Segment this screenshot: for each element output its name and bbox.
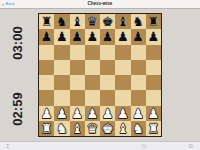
- square-g3[interactable]: [131, 90, 146, 105]
- square-a1[interactable]: ♜: [39, 121, 54, 136]
- white-pawn-icon: ♟: [102, 107, 114, 120]
- square-h2[interactable]: ♟: [146, 106, 161, 121]
- black-queen-icon: ♛: [87, 15, 99, 28]
- black-pawn-icon: ♟: [132, 30, 144, 43]
- black-bishop-icon: ♝: [117, 15, 129, 28]
- black-pawn-icon: ♟: [41, 30, 53, 43]
- square-e1[interactable]: ♚: [100, 121, 115, 136]
- square-d6[interactable]: [85, 45, 100, 60]
- square-g8[interactable]: ♞: [131, 14, 146, 29]
- bottom-toolbar: ↥ ◷ ⚙: [0, 141, 200, 150]
- white-bishop-icon: ♝: [117, 122, 129, 135]
- white-pawn-icon: ♟: [148, 107, 160, 120]
- black-pawn-icon: ♟: [102, 30, 114, 43]
- square-d8[interactable]: ♛: [85, 14, 100, 29]
- square-b5[interactable]: [54, 60, 69, 75]
- settings-icon[interactable]: ⚙: [188, 142, 193, 150]
- square-c7[interactable]: ♟: [70, 29, 85, 44]
- chess-app-screen: ‹ Back Chess-wise 03:00 02:59 ♜♞♝♛♚♝♞♜♟♟…: [0, 0, 200, 150]
- black-rook-icon: ♜: [148, 15, 160, 28]
- white-pawn-icon: ♟: [41, 107, 53, 120]
- square-b2[interactable]: ♟: [54, 106, 69, 121]
- square-f1[interactable]: ♝: [115, 121, 130, 136]
- square-c3[interactable]: [70, 90, 85, 105]
- square-a4[interactable]: [39, 75, 54, 90]
- white-pawn-icon: ♟: [71, 107, 83, 120]
- white-knight-icon: ♞: [132, 122, 144, 135]
- square-e2[interactable]: ♟: [100, 106, 115, 121]
- square-f8[interactable]: ♝: [115, 14, 130, 29]
- square-b8[interactable]: ♞: [54, 14, 69, 29]
- square-b7[interactable]: ♟: [54, 29, 69, 44]
- square-a2[interactable]: ♟: [39, 106, 54, 121]
- square-a5[interactable]: [39, 60, 54, 75]
- square-c6[interactable]: [70, 45, 85, 60]
- square-g5[interactable]: [131, 60, 146, 75]
- square-b4[interactable]: [54, 75, 69, 90]
- square-g2[interactable]: ♟: [131, 106, 146, 121]
- square-c2[interactable]: ♟: [70, 106, 85, 121]
- white-clock: 02:59: [12, 87, 24, 131]
- page-title: Chess-wise: [0, 0, 200, 8]
- square-a8[interactable]: ♜: [39, 14, 54, 29]
- white-pawn-icon: ♟: [117, 107, 129, 120]
- black-knight-icon: ♞: [132, 15, 144, 28]
- white-king-icon: ♚: [102, 122, 114, 135]
- square-c4[interactable]: [70, 75, 85, 90]
- white-pawn-icon: ♟: [56, 107, 68, 120]
- white-queen-icon: ♛: [87, 122, 99, 135]
- square-c5[interactable]: [70, 60, 85, 75]
- square-f7[interactable]: ♟: [115, 29, 130, 44]
- black-bishop-icon: ♝: [71, 15, 83, 28]
- square-g4[interactable]: [131, 75, 146, 90]
- square-g1[interactable]: ♞: [131, 121, 146, 136]
- black-pawn-icon: ♟: [87, 30, 99, 43]
- share-icon[interactable]: ↥: [5, 142, 10, 150]
- square-d4[interactable]: [85, 75, 100, 90]
- black-pawn-icon: ♟: [56, 30, 68, 43]
- square-b1[interactable]: ♞: [54, 121, 69, 136]
- square-e6[interactable]: [100, 45, 115, 60]
- clock-icon[interactable]: ◷: [141, 142, 146, 150]
- square-a7[interactable]: ♟: [39, 29, 54, 44]
- black-pawn-icon: ♟: [148, 30, 160, 43]
- square-g6[interactable]: [131, 45, 146, 60]
- square-d3[interactable]: [85, 90, 100, 105]
- square-d1[interactable]: ♛: [85, 121, 100, 136]
- square-h3[interactable]: [146, 90, 161, 105]
- square-h8[interactable]: ♜: [146, 14, 161, 29]
- square-c1[interactable]: ♝: [70, 121, 85, 136]
- square-e7[interactable]: ♟: [100, 29, 115, 44]
- black-pawn-icon: ♟: [117, 30, 129, 43]
- square-e8[interactable]: ♚: [100, 14, 115, 29]
- square-h6[interactable]: [146, 45, 161, 60]
- white-knight-icon: ♞: [56, 122, 68, 135]
- square-d5[interactable]: [85, 60, 100, 75]
- square-c8[interactable]: ♝: [70, 14, 85, 29]
- square-h7[interactable]: ♟: [146, 29, 161, 44]
- navigation-bar: ‹ Back Chess-wise: [0, 0, 200, 9]
- square-a6[interactable]: [39, 45, 54, 60]
- square-d7[interactable]: ♟: [85, 29, 100, 44]
- white-rook-icon: ♜: [41, 122, 53, 135]
- square-h4[interactable]: [146, 75, 161, 90]
- white-pawn-icon: ♟: [132, 107, 144, 120]
- square-a3[interactable]: [39, 90, 54, 105]
- black-clock: 03:00: [12, 21, 24, 65]
- white-bishop-icon: ♝: [71, 122, 83, 135]
- square-f4[interactable]: [115, 75, 130, 90]
- chess-board[interactable]: ♜♞♝♛♚♝♞♜♟♟♟♟♟♟♟♟♟♟♟♟♟♟♟♟♜♞♝♛♚♝♞♜: [38, 13, 162, 137]
- square-d2[interactable]: ♟: [85, 106, 100, 121]
- square-h5[interactable]: [146, 60, 161, 75]
- black-knight-icon: ♞: [56, 15, 68, 28]
- white-rook-icon: ♜: [148, 122, 160, 135]
- black-pawn-icon: ♟: [71, 30, 83, 43]
- square-e4[interactable]: [100, 75, 115, 90]
- square-h1[interactable]: ♜: [146, 121, 161, 136]
- black-rook-icon: ♜: [41, 15, 53, 28]
- square-b3[interactable]: [54, 90, 69, 105]
- square-f2[interactable]: ♟: [115, 106, 130, 121]
- square-f5[interactable]: [115, 60, 130, 75]
- white-pawn-icon: ♟: [87, 107, 99, 120]
- square-e5[interactable]: [100, 60, 115, 75]
- black-king-icon: ♚: [102, 15, 114, 28]
- square-b6[interactable]: [54, 45, 69, 60]
- square-f3[interactable]: [115, 90, 130, 105]
- square-e3[interactable]: [100, 90, 115, 105]
- square-g7[interactable]: ♟: [131, 29, 146, 44]
- square-f6[interactable]: [115, 45, 130, 60]
